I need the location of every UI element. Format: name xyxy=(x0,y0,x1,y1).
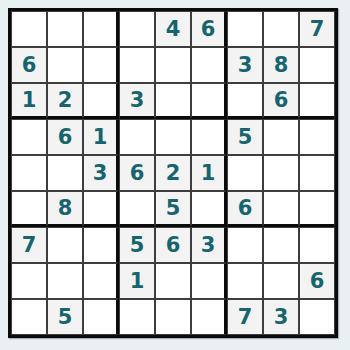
cell-r2c6[interactable] xyxy=(191,47,227,83)
cell-r8c1[interactable] xyxy=(11,263,47,299)
cell-r8c6[interactable] xyxy=(191,263,227,299)
cell-r7c8[interactable] xyxy=(263,227,299,263)
cell-r6c1[interactable] xyxy=(11,191,47,227)
cell-r7c1[interactable]: 7 xyxy=(11,227,47,263)
cell-r3c5[interactable] xyxy=(155,83,191,119)
cell-r4c5[interactable] xyxy=(155,119,191,155)
cell-r9c2[interactable]: 5 xyxy=(47,299,83,335)
cell-r5c2[interactable] xyxy=(47,155,83,191)
cell-r9c6[interactable] xyxy=(191,299,227,335)
cell-r7c4[interactable]: 5 xyxy=(119,227,155,263)
cell-r2c5[interactable] xyxy=(155,47,191,83)
cell-r2c3[interactable] xyxy=(83,47,119,83)
cell-r1c7[interactable] xyxy=(227,11,263,47)
cell-r4c8[interactable] xyxy=(263,119,299,155)
cell-r8c4[interactable]: 1 xyxy=(119,263,155,299)
cell-r3c8[interactable]: 6 xyxy=(263,83,299,119)
cell-r5c1[interactable] xyxy=(11,155,47,191)
cell-r2c1[interactable]: 6 xyxy=(11,47,47,83)
cell-r9c3[interactable] xyxy=(83,299,119,335)
cell-r5c7[interactable] xyxy=(227,155,263,191)
cell-r1c2[interactable] xyxy=(47,11,83,47)
cell-r2c2[interactable] xyxy=(47,47,83,83)
cell-r8c5[interactable] xyxy=(155,263,191,299)
cell-r1c4[interactable] xyxy=(119,11,155,47)
cell-r3c9[interactable] xyxy=(299,83,335,119)
sudoku-board: 46763812366153621856756316573 xyxy=(8,8,338,338)
cell-r6c2[interactable]: 8 xyxy=(47,191,83,227)
cell-r7c2[interactable] xyxy=(47,227,83,263)
cell-r7c7[interactable] xyxy=(227,227,263,263)
cell-r1c8[interactable] xyxy=(263,11,299,47)
cell-r5c8[interactable] xyxy=(263,155,299,191)
cell-r6c3[interactable] xyxy=(83,191,119,227)
cell-r2c9[interactable] xyxy=(299,47,335,83)
cell-r3c1[interactable]: 1 xyxy=(11,83,47,119)
cell-r2c4[interactable] xyxy=(119,47,155,83)
cell-r3c2[interactable]: 2 xyxy=(47,83,83,119)
cell-r3c4[interactable]: 3 xyxy=(119,83,155,119)
cell-r9c5[interactable] xyxy=(155,299,191,335)
cell-r9c1[interactable] xyxy=(11,299,47,335)
cell-r6c4[interactable] xyxy=(119,191,155,227)
cell-r2c8[interactable]: 8 xyxy=(263,47,299,83)
cell-r3c6[interactable] xyxy=(191,83,227,119)
cell-r4c2[interactable]: 6 xyxy=(47,119,83,155)
cell-r4c6[interactable] xyxy=(191,119,227,155)
cell-r6c7[interactable]: 6 xyxy=(227,191,263,227)
cell-r6c9[interactable] xyxy=(299,191,335,227)
cell-r5c5[interactable]: 2 xyxy=(155,155,191,191)
cell-r4c3[interactable]: 1 xyxy=(83,119,119,155)
cell-r6c5[interactable]: 5 xyxy=(155,191,191,227)
cell-r1c9[interactable]: 7 xyxy=(299,11,335,47)
cell-r9c4[interactable] xyxy=(119,299,155,335)
cell-r8c8[interactable] xyxy=(263,263,299,299)
cell-r5c9[interactable] xyxy=(299,155,335,191)
cell-r8c2[interactable] xyxy=(47,263,83,299)
cell-r9c8[interactable]: 3 xyxy=(263,299,299,335)
cell-r4c9[interactable] xyxy=(299,119,335,155)
cell-r2c7[interactable]: 3 xyxy=(227,47,263,83)
cell-r4c7[interactable]: 5 xyxy=(227,119,263,155)
cell-r8c7[interactable] xyxy=(227,263,263,299)
cell-r4c1[interactable] xyxy=(11,119,47,155)
cell-r5c3[interactable]: 3 xyxy=(83,155,119,191)
cell-r9c7[interactable]: 7 xyxy=(227,299,263,335)
cell-r3c7[interactable] xyxy=(227,83,263,119)
cell-r6c8[interactable] xyxy=(263,191,299,227)
cell-r1c3[interactable] xyxy=(83,11,119,47)
cell-r1c1[interactable] xyxy=(11,11,47,47)
cell-r9c9[interactable] xyxy=(299,299,335,335)
cell-r7c6[interactable]: 3 xyxy=(191,227,227,263)
cell-r8c3[interactable] xyxy=(83,263,119,299)
cell-r5c6[interactable]: 1 xyxy=(191,155,227,191)
cell-r8c9[interactable]: 6 xyxy=(299,263,335,299)
cell-r7c9[interactable] xyxy=(299,227,335,263)
cell-r1c5[interactable]: 4 xyxy=(155,11,191,47)
page: 46763812366153621856756316573 xyxy=(0,0,350,346)
cell-r4c4[interactable] xyxy=(119,119,155,155)
cell-r7c3[interactable] xyxy=(83,227,119,263)
cell-r3c3[interactable] xyxy=(83,83,119,119)
cell-r7c5[interactable]: 6 xyxy=(155,227,191,263)
cell-r6c6[interactable] xyxy=(191,191,227,227)
cell-r1c6[interactable]: 6 xyxy=(191,11,227,47)
cell-r5c4[interactable]: 6 xyxy=(119,155,155,191)
